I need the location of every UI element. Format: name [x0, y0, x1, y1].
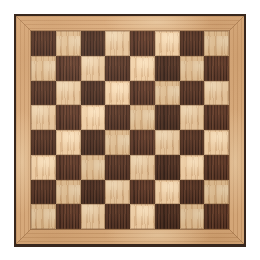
- square-c8: [81, 31, 106, 56]
- square-f7: [155, 56, 180, 81]
- square-a4: [31, 130, 56, 155]
- square-e1: [130, 204, 155, 229]
- square-g1: [180, 204, 205, 229]
- square-b7: [56, 56, 81, 81]
- square-h8: [204, 31, 229, 56]
- square-c5: [81, 105, 106, 130]
- square-a1: [31, 204, 56, 229]
- board-frame-left: [16, 16, 31, 244]
- square-f4: [155, 130, 180, 155]
- square-b2: [56, 180, 81, 205]
- square-h7: [204, 56, 229, 81]
- square-f3: [155, 155, 180, 180]
- square-e5: [130, 105, 155, 130]
- square-c1: [81, 204, 106, 229]
- square-e2: [130, 180, 155, 205]
- square-g6: [180, 81, 205, 106]
- product-photo: [0, 0, 260, 260]
- square-e8: [130, 31, 155, 56]
- square-b1: [56, 204, 81, 229]
- square-h4: [204, 130, 229, 155]
- square-c6: [81, 81, 106, 106]
- square-c7: [81, 56, 106, 81]
- square-a2: [31, 180, 56, 205]
- square-c4: [81, 130, 106, 155]
- square-a8: [31, 31, 56, 56]
- square-g3: [180, 155, 205, 180]
- square-d3: [105, 155, 130, 180]
- square-b6: [56, 81, 81, 106]
- square-g7: [180, 56, 205, 81]
- square-e6: [130, 81, 155, 106]
- square-g4: [180, 130, 205, 155]
- chess-board: [14, 14, 246, 247]
- square-d1: [105, 204, 130, 229]
- square-c2: [81, 180, 106, 205]
- square-d2: [105, 180, 130, 205]
- square-f2: [155, 180, 180, 205]
- square-b8: [56, 31, 81, 56]
- square-b4: [56, 130, 81, 155]
- square-d6: [105, 81, 130, 106]
- square-e4: [130, 130, 155, 155]
- square-e7: [130, 56, 155, 81]
- square-a6: [31, 81, 56, 106]
- board-frame-right: [229, 16, 244, 244]
- square-a3: [31, 155, 56, 180]
- square-a5: [31, 105, 56, 130]
- square-h2: [204, 180, 229, 205]
- square-h6: [204, 81, 229, 106]
- square-h1: [204, 204, 229, 229]
- square-g5: [180, 105, 205, 130]
- board-grid: [31, 31, 229, 229]
- square-h3: [204, 155, 229, 180]
- square-f1: [155, 204, 180, 229]
- square-f8: [155, 31, 180, 56]
- square-c3: [81, 155, 106, 180]
- square-g2: [180, 180, 205, 205]
- square-d7: [105, 56, 130, 81]
- square-g8: [180, 31, 205, 56]
- square-e3: [130, 155, 155, 180]
- square-a7: [31, 56, 56, 81]
- square-f6: [155, 81, 180, 106]
- square-b3: [56, 155, 81, 180]
- board-frame-bottom: [16, 229, 244, 244]
- square-f5: [155, 105, 180, 130]
- square-b5: [56, 105, 81, 130]
- square-d4: [105, 130, 130, 155]
- square-d8: [105, 31, 130, 56]
- square-d5: [105, 105, 130, 130]
- square-h5: [204, 105, 229, 130]
- board-frame-top: [16, 16, 244, 31]
